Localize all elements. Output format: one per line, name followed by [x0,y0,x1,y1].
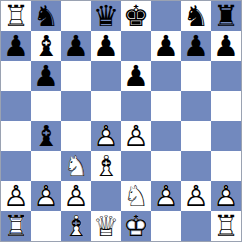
square-a1[interactable]: ♜♖ [1,211,31,241]
white-piece-outline-glyph: ♖ [211,211,241,241]
black-piece-glyph: ♟ [121,61,151,91]
black-pawn-piece: ♟ [181,31,211,61]
square-e6[interactable]: ♟ [121,61,151,91]
white-pawn-piece: ♟♙ [121,121,151,151]
white-piece-fill-glyph: ♟ [61,181,91,211]
black-pawn-piece: ♟ [211,31,241,61]
chess-board: ♜♖♞♛♚♞♜♟♝♟♟♟♟♟♟♟♝♟♙♟♙♞♘♝♗♟♙♟♙♟♙♞♘♟♙♟♙♟♙♜… [1,1,241,241]
white-piece-outline-glyph: ♗ [61,211,91,241]
white-pawn-piece: ♟♙ [61,181,91,211]
black-knight-piece: ♞ [31,1,61,31]
square-a3[interactable] [1,151,31,181]
square-a7[interactable]: ♟ [1,31,31,61]
white-piece-outline-glyph: ♙ [151,181,181,211]
black-piece-glyph: ♟ [211,31,241,61]
square-c5[interactable] [61,91,91,121]
white-piece-fill-glyph: ♝ [91,151,121,181]
square-d2[interactable] [91,181,121,211]
square-c8[interactable] [61,1,91,31]
white-piece-fill-glyph: ♜ [1,211,31,241]
black-piece-glyph: ♟ [1,31,31,61]
square-d1[interactable]: ♛♕ [91,211,121,241]
square-h4[interactable] [211,121,241,151]
white-piece-fill-glyph: ♜ [211,211,241,241]
square-d6[interactable] [91,61,121,91]
square-c1[interactable]: ♝♗ [61,211,91,241]
white-piece-fill-glyph: ♞ [121,181,151,211]
white-rook-piece: ♜♖ [1,1,31,31]
square-f2[interactable]: ♟♙ [151,181,181,211]
square-g8[interactable]: ♞ [181,1,211,31]
square-h3[interactable] [211,151,241,181]
white-rook-piece: ♜♖ [1,211,31,241]
square-b5[interactable] [31,91,61,121]
white-pawn-piece: ♟♙ [181,181,211,211]
black-pawn-piece: ♟ [1,31,31,61]
black-rook-piece: ♜ [211,1,241,31]
black-bishop-piece: ♝ [31,121,61,151]
white-piece-fill-glyph: ♟ [1,181,31,211]
square-b1[interactable] [31,211,61,241]
square-e3[interactable] [121,151,151,181]
square-h2[interactable]: ♟♙ [211,181,241,211]
white-queen-piece: ♛♕ [91,211,121,241]
white-piece-fill-glyph: ♜ [1,1,31,31]
square-g2[interactable]: ♟♙ [181,181,211,211]
square-f6[interactable] [151,61,181,91]
white-piece-fill-glyph: ♟ [121,121,151,151]
white-piece-outline-glyph: ♙ [1,181,31,211]
white-piece-fill-glyph: ♟ [91,121,121,151]
square-d3[interactable]: ♝♗ [91,151,121,181]
black-piece-glyph: ♞ [31,1,61,31]
square-h7[interactable]: ♟ [211,31,241,61]
black-pawn-piece: ♟ [91,31,121,61]
square-c4[interactable] [61,121,91,151]
square-g3[interactable] [181,151,211,181]
white-piece-outline-glyph: ♙ [211,181,241,211]
white-piece-fill-glyph: ♚ [121,211,151,241]
square-h8[interactable]: ♜ [211,1,241,31]
black-piece-glyph: ♟ [181,31,211,61]
white-pawn-piece: ♟♙ [211,181,241,211]
square-b3[interactable] [31,151,61,181]
square-c7[interactable]: ♟ [61,31,91,61]
black-pawn-piece: ♟ [151,31,181,61]
square-b2[interactable]: ♟♙ [31,181,61,211]
square-g7[interactable]: ♟ [181,31,211,61]
black-pawn-piece: ♟ [121,61,151,91]
square-c6[interactable] [61,61,91,91]
black-pawn-piece: ♟ [31,61,61,91]
square-d7[interactable]: ♟ [91,31,121,61]
black-piece-glyph: ♝ [31,121,61,151]
white-pawn-piece: ♟♙ [151,181,181,211]
square-f4[interactable] [151,121,181,151]
square-g5[interactable] [181,91,211,121]
white-piece-outline-glyph: ♙ [121,121,151,151]
square-e4[interactable]: ♟♙ [121,121,151,151]
white-piece-outline-glyph: ♖ [1,211,31,241]
white-piece-fill-glyph: ♞ [61,151,91,181]
square-a4[interactable] [1,121,31,151]
white-piece-fill-glyph: ♟ [151,181,181,211]
square-a5[interactable] [1,91,31,121]
square-h5[interactable] [211,91,241,121]
white-piece-fill-glyph: ♟ [211,181,241,211]
black-piece-glyph: ♟ [151,31,181,61]
white-piece-outline-glyph: ♙ [31,181,61,211]
black-king-piece: ♚ [121,1,151,31]
square-c2[interactable]: ♟♙ [61,181,91,211]
black-piece-glyph: ♟ [31,61,61,91]
square-b8[interactable]: ♞ [31,1,61,31]
square-g6[interactable] [181,61,211,91]
white-piece-outline-glyph: ♙ [61,181,91,211]
white-knight-piece: ♞♘ [61,151,91,181]
white-piece-outline-glyph: ♘ [61,151,91,181]
black-bishop-piece: ♝ [31,31,61,61]
square-h1[interactable]: ♜♖ [211,211,241,241]
square-d5[interactable] [91,91,121,121]
white-piece-fill-glyph: ♝ [61,211,91,241]
black-piece-glyph: ♟ [91,31,121,61]
square-b7[interactable]: ♝ [31,31,61,61]
square-g4[interactable] [181,121,211,151]
white-bishop-piece: ♝♗ [61,211,91,241]
square-a2[interactable]: ♟♙ [1,181,31,211]
square-d8[interactable]: ♛ [91,1,121,31]
white-piece-outline-glyph: ♘ [121,181,151,211]
square-a6[interactable] [1,61,31,91]
white-king-piece: ♚♔ [121,211,151,241]
black-pawn-piece: ♟ [61,31,91,61]
chess-board-frame: ♜♖♞♛♚♞♜♟♝♟♟♟♟♟♟♟♝♟♙♟♙♞♘♝♗♟♙♟♙♟♙♞♘♟♙♟♙♟♙♜… [0,0,242,242]
square-f1[interactable] [151,211,181,241]
square-f8[interactable] [151,1,181,31]
white-rook-piece: ♜♖ [211,211,241,241]
square-f3[interactable] [151,151,181,181]
square-a8[interactable]: ♜♖ [1,1,31,31]
white-piece-outline-glyph: ♕ [91,211,121,241]
square-c3[interactable]: ♞♘ [61,151,91,181]
square-f7[interactable]: ♟ [151,31,181,61]
black-piece-glyph: ♛ [91,1,121,31]
white-piece-outline-glyph: ♗ [91,151,121,181]
white-piece-outline-glyph: ♙ [181,181,211,211]
black-piece-glyph: ♞ [181,1,211,31]
black-piece-glyph: ♝ [31,31,61,61]
square-h6[interactable] [211,61,241,91]
white-bishop-piece: ♝♗ [91,151,121,181]
white-pawn-piece: ♟♙ [91,121,121,151]
white-pawn-piece: ♟♙ [1,181,31,211]
square-e5[interactable] [121,91,151,121]
square-e2[interactable]: ♞♘ [121,181,151,211]
white-piece-outline-glyph: ♙ [91,121,121,151]
black-knight-piece: ♞ [181,1,211,31]
white-piece-fill-glyph: ♛ [91,211,121,241]
white-piece-outline-glyph: ♖ [1,1,31,31]
square-g1[interactable] [181,211,211,241]
black-piece-glyph: ♚ [121,1,151,31]
square-e7[interactable] [121,31,151,61]
white-knight-piece: ♞♘ [121,181,151,211]
square-e1[interactable]: ♚♔ [121,211,151,241]
square-b6[interactable]: ♟ [31,61,61,91]
square-e8[interactable]: ♚ [121,1,151,31]
black-piece-glyph: ♜ [211,1,241,31]
white-piece-outline-glyph: ♔ [121,211,151,241]
black-queen-piece: ♛ [91,1,121,31]
black-piece-glyph: ♟ [61,31,91,61]
square-f5[interactable] [151,91,181,121]
white-piece-fill-glyph: ♟ [181,181,211,211]
white-pawn-piece: ♟♙ [31,181,61,211]
square-b4[interactable]: ♝ [31,121,61,151]
white-piece-fill-glyph: ♟ [31,181,61,211]
square-d4[interactable]: ♟♙ [91,121,121,151]
